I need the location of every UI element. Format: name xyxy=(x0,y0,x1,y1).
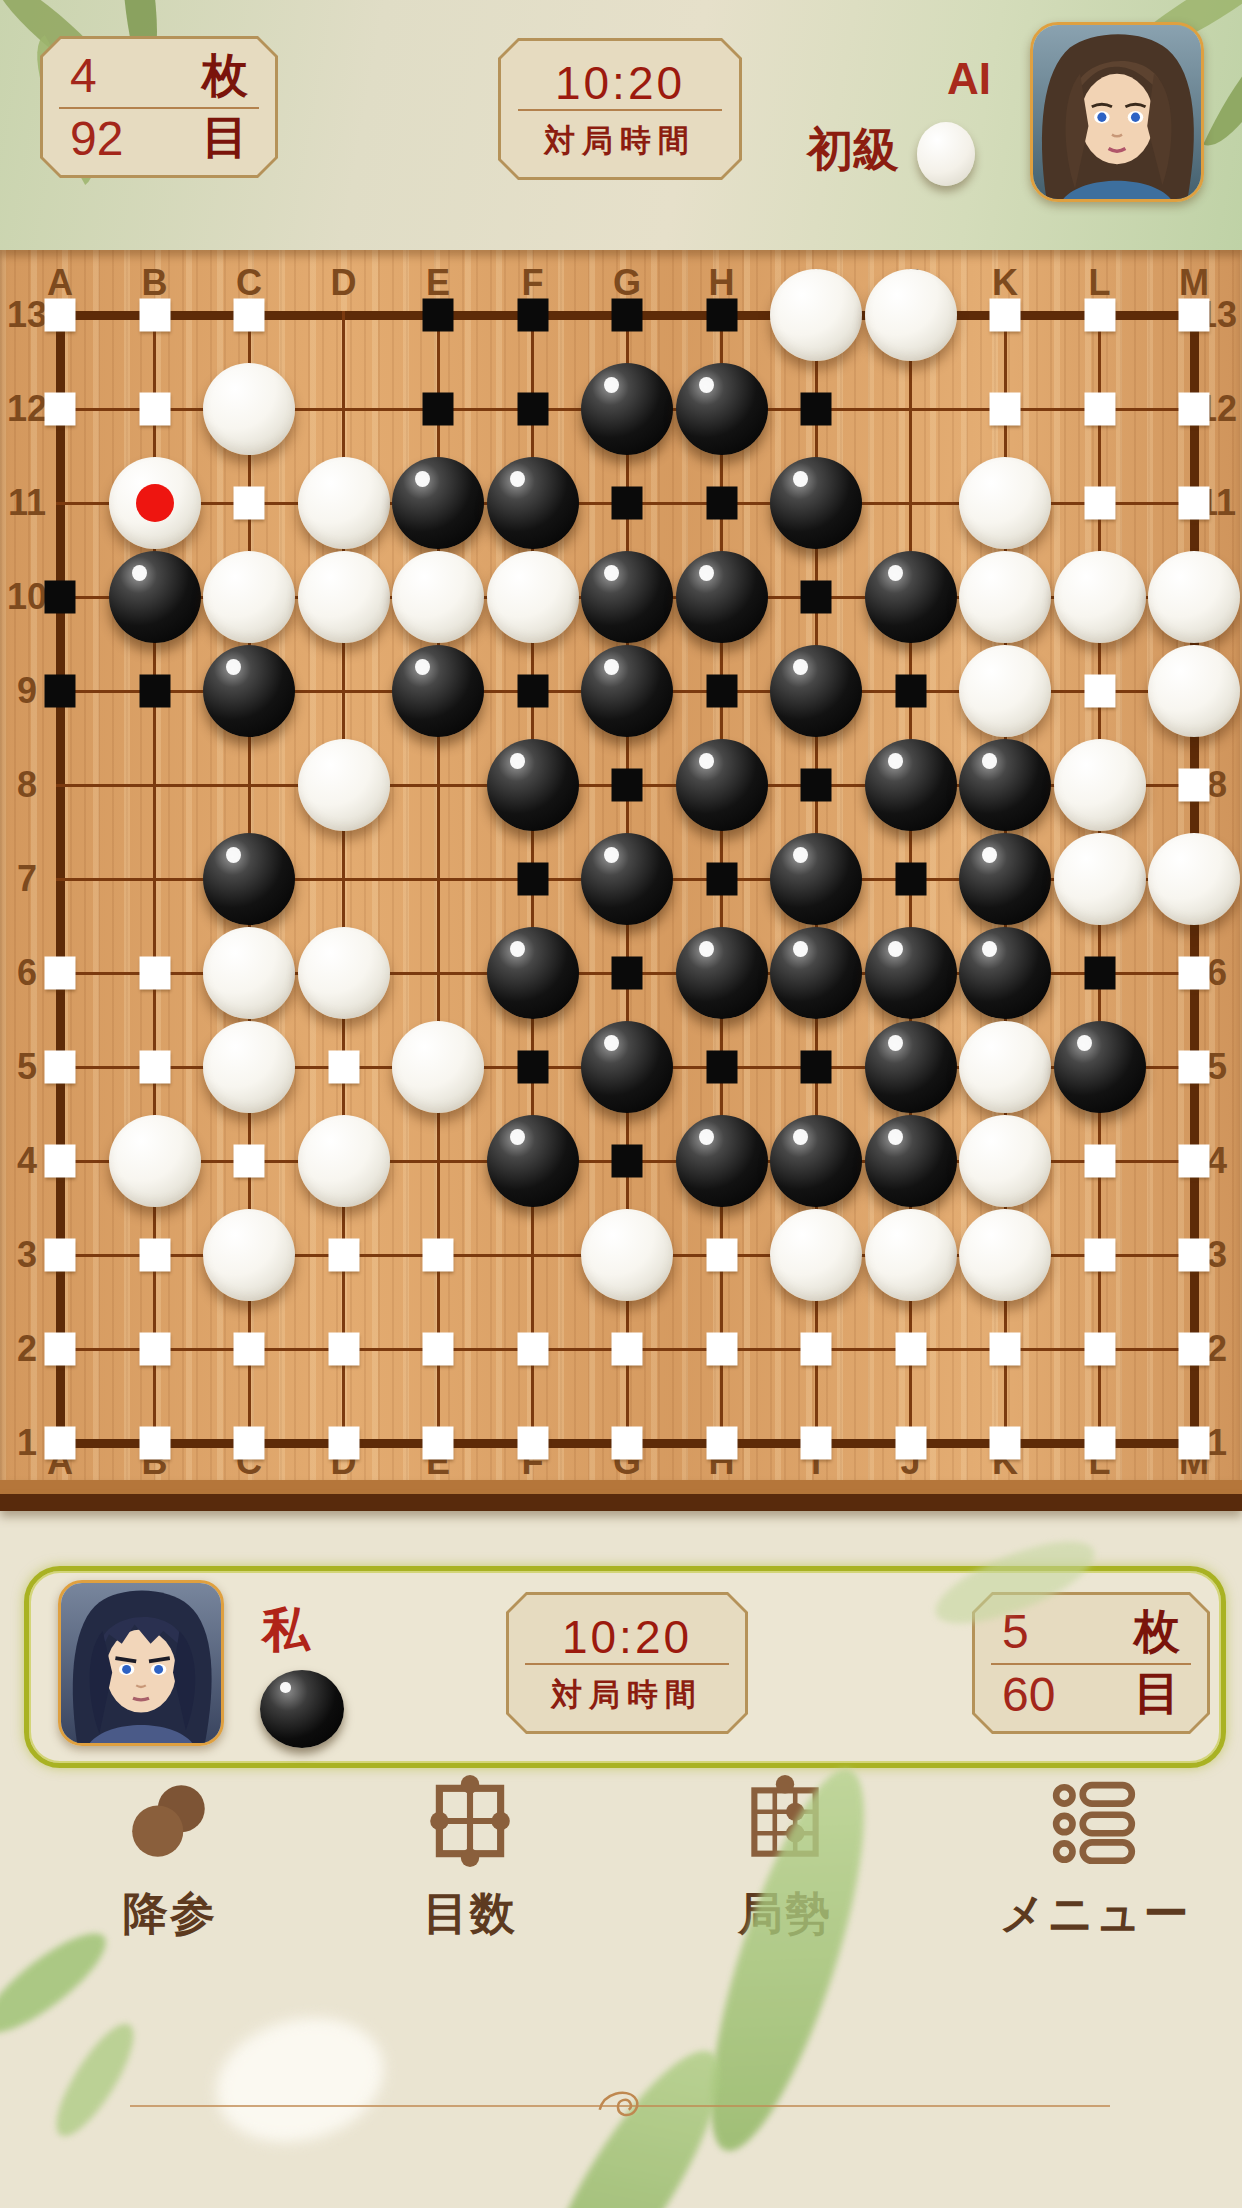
leaf-brush-decoration xyxy=(44,2014,147,2145)
ai-level-label: 初級 xyxy=(807,119,899,181)
count-points-button[interactable]: 目数 xyxy=(360,1772,580,1944)
board-edge-bevel xyxy=(0,1480,1242,1494)
resign-button[interactable]: 降参 xyxy=(60,1778,280,1944)
player-timer-label: 対局時間 xyxy=(551,1674,703,1716)
board-edge-shadow xyxy=(0,1494,1242,1511)
cloud-swirl-ornament xyxy=(592,2080,650,2134)
opponent-captures-label: 枚 xyxy=(202,45,248,107)
player-name: 私 xyxy=(262,1598,310,1662)
white-stone-blur-decoration xyxy=(202,2000,397,2160)
player-captures-label: 枚 xyxy=(1134,1601,1180,1663)
menu-button[interactable]: メニュー xyxy=(985,1778,1205,1944)
game-timer-label: 対局時間 xyxy=(544,120,696,162)
player-timer-value: 10:20 xyxy=(562,1610,692,1664)
go-board[interactable] xyxy=(0,250,1242,1480)
opponent-stone-color-icon xyxy=(917,122,975,186)
list-icon xyxy=(1049,1778,1141,1870)
menu-label: メニュー xyxy=(985,1884,1205,1944)
go-game-screen: 4 枚 92 目 10:20 対局時間 AI 初級 xyxy=(0,0,1242,2208)
player-territory-label: 目 xyxy=(1134,1663,1180,1725)
two-stones-icon xyxy=(124,1778,216,1870)
opponent-score-box: 4 枚 92 目 xyxy=(40,36,278,178)
opponent-territory-value: 92 xyxy=(70,111,123,166)
player-timer-box: 10:20 対局時間 xyxy=(506,1592,748,1734)
bamboo-leaf-decoration xyxy=(1203,18,1242,161)
player-territory-value: 60 xyxy=(1002,1667,1055,1722)
player-stone-color-icon xyxy=(260,1670,344,1748)
ai-badge: AI xyxy=(947,54,991,104)
player-avatar[interactable] xyxy=(58,1580,224,1746)
game-timer-value: 10:20 xyxy=(555,56,685,110)
opponent-territory-label: 目 xyxy=(202,107,248,169)
count-points-label: 目数 xyxy=(360,1884,580,1944)
game-timer-box: 10:20 対局時間 xyxy=(498,38,742,180)
board-points-icon xyxy=(427,1772,513,1870)
opponent-captures-value: 4 xyxy=(70,48,97,103)
opponent-avatar[interactable] xyxy=(1030,22,1204,202)
